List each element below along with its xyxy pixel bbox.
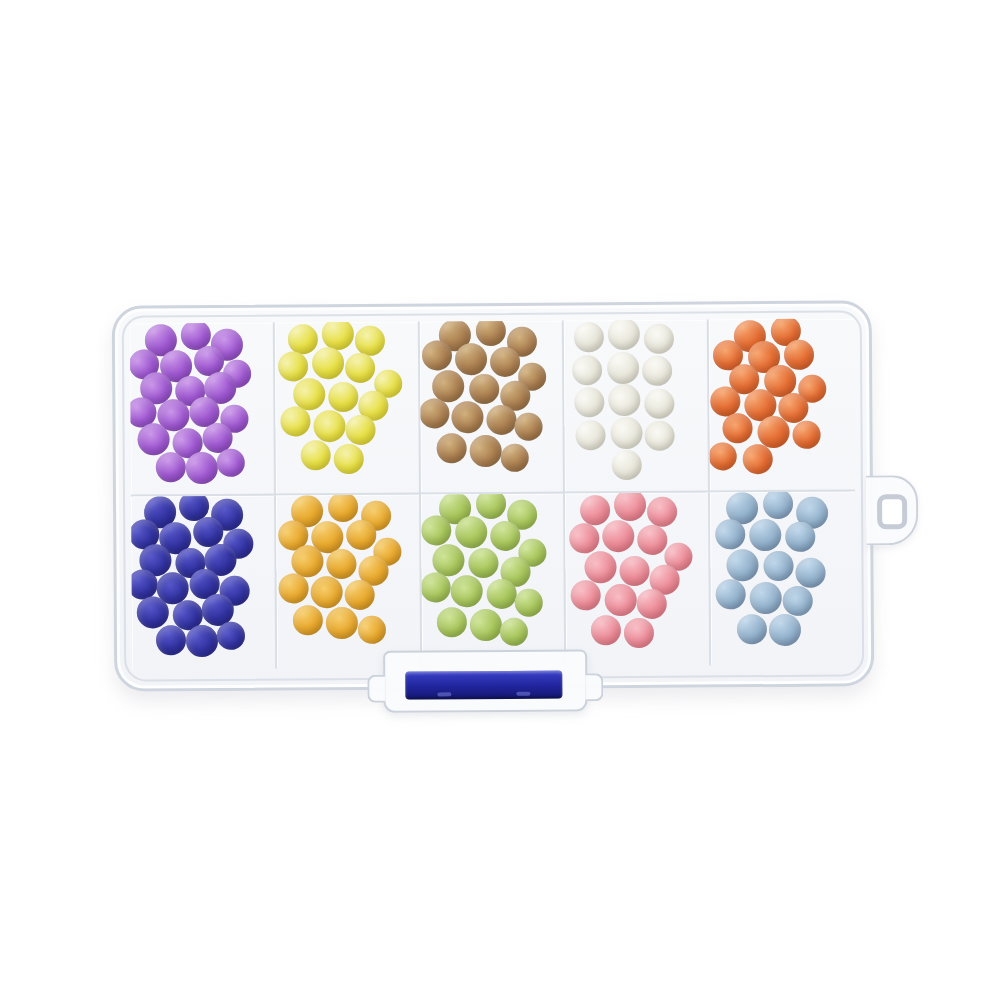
bead-pink (571, 580, 601, 610)
compartment-brown (419, 320, 565, 494)
bead-yellow-green (490, 520, 520, 550)
bead-light-blue (716, 579, 746, 609)
bead-light-blue (726, 549, 758, 581)
bead-yellow (333, 444, 363, 474)
bead-golden-amber (327, 549, 357, 579)
bead-white (644, 389, 674, 419)
bead-orange (722, 414, 752, 444)
bead-yellow (278, 352, 308, 382)
bead-yellow-green (486, 579, 516, 609)
bead-pink (637, 589, 667, 619)
bead-brown (490, 347, 520, 377)
bead-yellow (329, 382, 359, 412)
bead-pink (591, 615, 621, 645)
bead-light-blue (785, 522, 815, 552)
bead-navy-blue (193, 517, 223, 547)
bead-white (607, 352, 639, 384)
bead-white (573, 322, 603, 352)
bead-pink (580, 495, 610, 525)
bead-orange (757, 416, 789, 448)
bead-yellow (312, 347, 344, 379)
bead-brown (515, 413, 543, 441)
bead-brown (470, 435, 502, 467)
hanging-tab-hole (877, 494, 907, 529)
bead-brown (476, 320, 506, 346)
bead-white (610, 417, 642, 449)
bead-yellow-green (451, 575, 483, 607)
bead-yellow-green (469, 548, 499, 578)
bead-white (644, 421, 674, 451)
bead-yellow (313, 410, 345, 442)
bead-light-blue (716, 519, 746, 549)
bead-golden-amber (326, 607, 358, 639)
bead-navy-blue (216, 622, 244, 650)
bead-yellow-green (476, 493, 506, 519)
bead-brown (437, 433, 467, 463)
bead-white (611, 450, 641, 480)
bead-light-blue (749, 519, 781, 551)
bead-golden-amber (293, 605, 323, 635)
bead-pink (614, 492, 646, 521)
compartment-pink (565, 492, 711, 666)
bead-light-blue (769, 614, 801, 646)
hanging-tab (866, 475, 918, 545)
bead-pink (584, 552, 616, 584)
bead-golden-amber (292, 545, 324, 577)
compartment-yellow (275, 322, 421, 496)
latch-bar (405, 671, 562, 700)
bead-brown (451, 401, 483, 433)
bead-brown (422, 340, 452, 370)
bead-light-blue (750, 582, 782, 614)
bead-brown (486, 405, 516, 435)
bead-purple (186, 452, 218, 484)
bead-orange (709, 442, 737, 470)
bead-orange (793, 421, 821, 449)
bead-organizer-box (112, 300, 875, 691)
bead-yellow-green (421, 573, 451, 603)
bead-light-blue (783, 586, 813, 616)
bead-brown (469, 374, 499, 404)
bead-white (609, 384, 641, 416)
bead-purple (203, 422, 233, 452)
bead-light-blue (764, 551, 794, 581)
bead-pink (647, 497, 677, 527)
compartment-yellow-green (421, 493, 567, 667)
compartment-light-blue (710, 491, 856, 665)
bead-yellow-green (470, 609, 502, 641)
compartment-grid (130, 318, 856, 669)
bead-yellow (345, 353, 375, 383)
bead-light-blue (796, 558, 826, 588)
bead-yellow (321, 322, 353, 351)
bead-white (574, 387, 604, 417)
bead-yellow-green (432, 544, 464, 576)
bead-golden-amber (344, 580, 374, 610)
bead-navy-blue (131, 570, 158, 600)
bead-yellow (300, 441, 330, 471)
bead-orange (743, 444, 773, 474)
bead-yellow-green (436, 607, 466, 637)
bead-white (608, 319, 640, 349)
bead-golden-amber (358, 616, 386, 644)
bead-yellow (346, 415, 376, 445)
bead-golden-amber (347, 520, 377, 550)
bead-purple (156, 452, 186, 482)
bead-yellow (355, 326, 385, 356)
bead-navy-blue (186, 625, 218, 657)
bead-brown (419, 399, 449, 429)
bead-white (576, 420, 606, 450)
compartment-navy-blue (131, 496, 277, 670)
bead-yellow-green (455, 516, 487, 548)
bead-navy-blue (137, 596, 169, 628)
latch-housing (383, 649, 587, 712)
bead-golden-amber (328, 495, 358, 523)
bead-pink (602, 520, 634, 552)
bead-pink (638, 524, 668, 554)
bead-white (572, 355, 602, 385)
bead-yellow-green (500, 618, 528, 646)
bead-pink (624, 618, 654, 648)
product-photo-scene (0, 0, 1000, 1000)
bead-yellow (288, 324, 318, 354)
bead-navy-blue (155, 625, 185, 655)
bead-pink (619, 556, 649, 586)
bead-orange (710, 386, 740, 416)
bead-pink (604, 584, 636, 616)
bead-purple (217, 449, 245, 477)
bead-purple (137, 424, 169, 456)
bead-brown (432, 370, 464, 402)
bead-yellow (293, 378, 325, 410)
bead-golden-amber (310, 576, 342, 608)
compartment-golden-amber (276, 495, 422, 669)
bead-golden-amber (278, 574, 308, 604)
bead-pink (569, 523, 599, 553)
bead-brown (500, 444, 528, 472)
bead-white (643, 324, 673, 354)
bead-orange (784, 340, 814, 370)
bead-yellow (280, 406, 310, 436)
bead-brown (455, 343, 487, 375)
compartment-purple (130, 323, 276, 497)
compartment-white (564, 319, 710, 493)
compartment-orange (709, 318, 855, 492)
bead-yellow-green (421, 516, 451, 546)
bead-white (642, 356, 672, 386)
bead-light-blue (763, 491, 793, 519)
bead-yellow-green (514, 589, 542, 617)
bead-light-blue (737, 614, 767, 644)
